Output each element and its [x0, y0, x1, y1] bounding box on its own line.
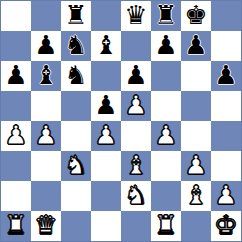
square-b5[interactable] [31, 91, 61, 121]
black-pawn[interactable]: ♟ [184, 31, 207, 60]
square-f5[interactable] [151, 91, 181, 121]
square-e5[interactable]: ♟ [121, 91, 151, 121]
square-b4[interactable]: ♟ [31, 121, 61, 151]
black-bishop[interactable]: ♝ [34, 61, 57, 90]
white-pawn[interactable]: ♟ [34, 121, 57, 150]
square-g1[interactable] [181, 211, 211, 241]
white-pawn[interactable]: ♟ [4, 121, 27, 150]
white-rook[interactable]: ♜ [4, 211, 27, 240]
square-e3[interactable]: ♝ [121, 151, 151, 181]
square-e2[interactable]: ♞ [121, 181, 151, 211]
black-rook[interactable]: ♜ [154, 1, 177, 30]
black-knight[interactable]: ♞ [64, 61, 87, 90]
square-a1[interactable]: ♜ [1, 211, 31, 241]
square-c1[interactable] [61, 211, 91, 241]
black-knight[interactable]: ♞ [64, 31, 87, 60]
square-c3[interactable]: ♞ [61, 151, 91, 181]
square-a5[interactable] [1, 91, 31, 121]
square-b2[interactable] [31, 181, 61, 211]
square-f4[interactable]: ♟ [151, 121, 181, 151]
black-pawn[interactable]: ♟ [4, 61, 27, 90]
square-e6[interactable]: ♟ [121, 61, 151, 91]
square-h1[interactable]: ♚ [211, 211, 241, 241]
white-bishop[interactable]: ♝ [124, 151, 147, 180]
black-queen[interactable]: ♛ [124, 1, 147, 30]
square-b8[interactable] [31, 1, 61, 31]
black-pawn[interactable]: ♟ [124, 61, 147, 90]
white-pawn[interactable]: ♟ [214, 181, 237, 210]
black-pawn[interactable]: ♟ [94, 91, 117, 120]
square-f6[interactable] [151, 61, 181, 91]
square-e1[interactable] [121, 211, 151, 241]
black-pawn[interactable]: ♟ [154, 31, 177, 60]
square-h3[interactable] [211, 151, 241, 181]
square-a2[interactable] [1, 181, 31, 211]
square-a7[interactable] [1, 31, 31, 61]
white-pawn[interactable]: ♟ [94, 121, 117, 150]
square-b7[interactable]: ♟ [31, 31, 61, 61]
square-a8[interactable] [1, 1, 31, 31]
white-pawn[interactable]: ♟ [124, 91, 147, 120]
square-d2[interactable] [91, 181, 121, 211]
square-g4[interactable] [181, 121, 211, 151]
white-knight[interactable]: ♞ [64, 151, 87, 180]
square-b1[interactable]: ♛ [31, 211, 61, 241]
square-d3[interactable] [91, 151, 121, 181]
square-f2[interactable] [151, 181, 181, 211]
square-f3[interactable] [151, 151, 181, 181]
square-d4[interactable]: ♟ [91, 121, 121, 151]
square-f8[interactable]: ♜ [151, 1, 181, 31]
square-h5[interactable] [211, 91, 241, 121]
black-king[interactable]: ♚ [184, 1, 207, 30]
square-d7[interactable]: ♝ [91, 31, 121, 61]
square-f7[interactable]: ♟ [151, 31, 181, 61]
square-b6[interactable]: ♝ [31, 61, 61, 91]
square-d6[interactable] [91, 61, 121, 91]
square-e7[interactable] [121, 31, 151, 61]
white-bishop[interactable]: ♝ [184, 181, 207, 210]
square-e4[interactable] [121, 121, 151, 151]
black-pawn[interactable]: ♟ [34, 31, 57, 60]
square-a6[interactable]: ♟ [1, 61, 31, 91]
square-g2[interactable]: ♝ [181, 181, 211, 211]
white-rook[interactable]: ♜ [154, 211, 177, 240]
square-b3[interactable] [31, 151, 61, 181]
square-c2[interactable] [61, 181, 91, 211]
square-d8[interactable] [91, 1, 121, 31]
square-c7[interactable]: ♞ [61, 31, 91, 61]
black-pawn[interactable]: ♟ [214, 61, 237, 90]
square-h7[interactable] [211, 31, 241, 61]
white-pawn[interactable]: ♟ [154, 121, 177, 150]
square-a3[interactable] [1, 151, 31, 181]
square-f1[interactable]: ♜ [151, 211, 181, 241]
square-c6[interactable]: ♞ [61, 61, 91, 91]
white-pawn[interactable]: ♟ [184, 151, 207, 180]
white-queen[interactable]: ♛ [34, 211, 57, 240]
chess-board: ♜♛♜♚♟♞♝♟♟♟♝♞♟♟♟♟♟♟♟♟♞♝♟♞♝♟♜♛♜♚ [0, 0, 242, 242]
square-e8[interactable]: ♛ [121, 1, 151, 31]
square-c4[interactable] [61, 121, 91, 151]
square-g8[interactable]: ♚ [181, 1, 211, 31]
square-h8[interactable] [211, 1, 241, 31]
square-d1[interactable] [91, 211, 121, 241]
square-g7[interactable]: ♟ [181, 31, 211, 61]
white-knight[interactable]: ♞ [124, 181, 147, 210]
square-d5[interactable]: ♟ [91, 91, 121, 121]
square-h4[interactable] [211, 121, 241, 151]
square-a4[interactable]: ♟ [1, 121, 31, 151]
black-bishop[interactable]: ♝ [94, 31, 117, 60]
square-c8[interactable]: ♜ [61, 1, 91, 31]
square-g5[interactable] [181, 91, 211, 121]
white-king[interactable]: ♚ [214, 211, 237, 240]
square-h6[interactable]: ♟ [211, 61, 241, 91]
square-g6[interactable] [181, 61, 211, 91]
black-rook[interactable]: ♜ [64, 1, 87, 30]
square-h2[interactable]: ♟ [211, 181, 241, 211]
square-g3[interactable]: ♟ [181, 151, 211, 181]
square-c5[interactable] [61, 91, 91, 121]
